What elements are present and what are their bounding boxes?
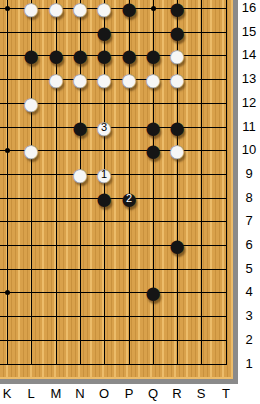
- row-label: 4: [238, 285, 260, 299]
- row-label: 15: [238, 25, 260, 39]
- star-point: [5, 148, 10, 153]
- board-grid-line-horizontal: [0, 221, 227, 222]
- row-label: 6: [238, 238, 260, 252]
- move-number-label: 2: [117, 186, 141, 210]
- row-label: 5: [238, 262, 260, 276]
- go-stone-black: ●: [165, 233, 189, 257]
- go-stone-black: ●: [141, 138, 165, 162]
- row-label: 14: [238, 48, 260, 62]
- go-stone-white: ●: [19, 0, 43, 20]
- row-label: 12: [238, 96, 260, 110]
- column-label: K: [0, 387, 16, 401]
- go-stone-black: ●: [117, 0, 141, 20]
- star-point: [5, 290, 10, 295]
- column-label: R: [168, 387, 186, 401]
- go-stone-black: ●2: [117, 186, 141, 210]
- go-stone-black: ●: [141, 280, 165, 304]
- column-label: Q: [144, 387, 162, 401]
- go-stone-white: ●: [44, 0, 68, 20]
- go-stone-white: ●3: [92, 115, 116, 139]
- row-label: 1: [238, 357, 260, 371]
- go-stone-black: ●: [92, 186, 116, 210]
- row-label: 10: [238, 143, 260, 157]
- row-label: 2: [238, 333, 260, 347]
- column-label: O: [95, 387, 113, 401]
- column-coordinate-labels: KLMNOPQRST: [0, 384, 238, 404]
- board-grid-line-horizontal: [0, 364, 227, 365]
- go-stone-white: ●: [165, 67, 189, 91]
- row-coordinate-labels: 16151413121110987654321: [238, 0, 260, 384]
- go-board-diagram: ●●●●●●●●●●●●●3●●●●1●●●●●●●●●●●●●●●●2●● 1…: [0, 0, 260, 404]
- column-label: M: [47, 387, 65, 401]
- go-board[interactable]: ●●●●●●●●●●●●●3●●●●1●●●●●●●●●●●●●●●●2●●: [0, 0, 233, 379]
- go-stone-black: ●: [68, 43, 92, 67]
- star-point: [5, 6, 10, 11]
- row-label: 3: [238, 309, 260, 323]
- board-grid-line-horizontal: [0, 316, 227, 317]
- row-label: 7: [238, 214, 260, 228]
- star-point: [151, 6, 156, 11]
- board-grid-line-horizontal: [0, 292, 227, 293]
- column-label: S: [192, 387, 210, 401]
- board-grid-line-horizontal: [0, 245, 227, 246]
- board-grid-line-horizontal: [0, 340, 227, 341]
- go-stone-black: ●: [117, 43, 141, 67]
- column-label: P: [120, 387, 138, 401]
- go-stone-black: ●: [44, 43, 68, 67]
- row-label: 13: [238, 72, 260, 86]
- go-stone-white: ●: [19, 138, 43, 162]
- go-stone-black: ●: [165, 115, 189, 139]
- go-stone-white: ●: [68, 162, 92, 186]
- go-stone-black: ●: [92, 43, 116, 67]
- go-stone-black: ●: [165, 20, 189, 44]
- go-stone-black: ●: [19, 43, 43, 67]
- go-stone-white: ●: [19, 91, 43, 115]
- go-stone-black: ●: [141, 43, 165, 67]
- go-stone-white: ●: [68, 0, 92, 20]
- row-label: 8: [238, 191, 260, 205]
- go-stone-black: ●: [68, 115, 92, 139]
- column-label: N: [71, 387, 89, 401]
- column-label: T: [217, 387, 235, 401]
- column-label: L: [22, 387, 40, 401]
- move-number-label: 3: [92, 115, 116, 139]
- row-label: 11: [238, 120, 260, 134]
- row-label: 9: [238, 167, 260, 181]
- board-grid-line-horizontal: [0, 269, 227, 270]
- row-label: 16: [238, 1, 260, 15]
